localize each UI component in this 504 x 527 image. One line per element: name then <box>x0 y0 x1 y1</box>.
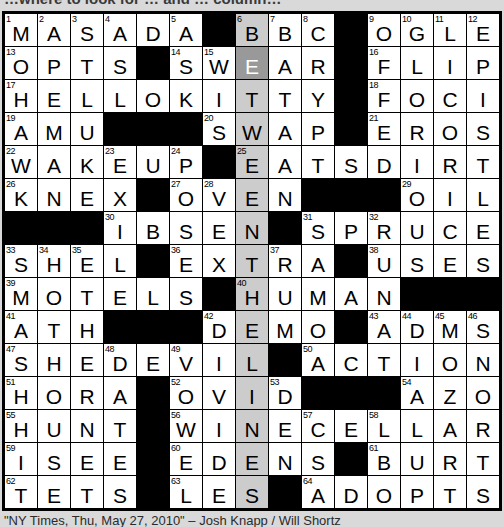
cell-letter: D <box>203 452 235 474</box>
cell-r3c4[interactable]: L <box>104 80 136 112</box>
cell-r5c5[interactable]: U <box>137 146 169 178</box>
cell-letter: U <box>38 419 70 441</box>
cell-r2c13[interactable]: L <box>401 47 433 79</box>
cell-r9c3[interactable]: T <box>71 278 103 310</box>
cell-letter: E <box>236 452 268 474</box>
cell-r8c7[interactable]: X <box>203 245 235 277</box>
cell-letter: U <box>401 452 433 474</box>
cell-letter: O <box>137 89 169 111</box>
cell-letter: D <box>401 320 433 342</box>
cell-r15c8[interactable]: S <box>236 476 268 508</box>
cell-letter: E <box>104 452 136 474</box>
cell-r15c2[interactable]: E <box>38 476 70 508</box>
cell-letter: O <box>434 353 466 375</box>
cell-letter: E <box>269 419 301 441</box>
cell-r2c7[interactable]: 15W <box>203 47 235 79</box>
cell-r6c9[interactable]: N <box>269 179 301 211</box>
cell-letter: T <box>302 155 334 177</box>
cell-r15c11[interactable]: D <box>335 476 367 508</box>
cell-r8c8[interactable]: T <box>236 245 268 277</box>
cell-r8c2[interactable]: 34H <box>38 245 70 277</box>
cell-r9c1[interactable]: 39M <box>5 278 37 310</box>
cell-letter: C <box>335 353 367 375</box>
cell-r9c5[interactable]: L <box>137 278 169 310</box>
cell-r9c2[interactable]: O <box>38 278 70 310</box>
black-cell-r8c5 <box>137 245 169 277</box>
cell-letter: L <box>236 353 268 375</box>
cell-r15c10[interactable]: 64A <box>302 476 334 508</box>
cell-letter: I <box>203 89 235 111</box>
cell-letter: T <box>368 353 400 375</box>
cell-r6c13[interactable]: 29O <box>401 179 433 211</box>
cell-letter: I <box>203 419 235 441</box>
cell-r11c4[interactable]: 48D <box>104 344 136 376</box>
cell-r7c14[interactable]: C <box>434 212 466 244</box>
cell-r13c9[interactable]: E <box>269 410 301 442</box>
cell-r4c12[interactable]: 21E <box>368 113 400 145</box>
cell-r7c11[interactable]: P <box>335 212 367 244</box>
cell-letter: T <box>71 56 103 78</box>
cell-r9c6[interactable]: S <box>170 278 202 310</box>
cell-r13c13[interactable]: L <box>401 410 433 442</box>
cell-r3c5[interactable]: O <box>137 80 169 112</box>
cell-r1c14[interactable]: 11L <box>434 14 466 46</box>
cell-r7c7[interactable]: E <box>203 212 235 244</box>
cell-letter: T <box>434 485 466 507</box>
cell-r3c2[interactable]: E <box>38 80 70 112</box>
cell-letter: M <box>269 320 301 342</box>
cell-r5c4[interactable]: 23E <box>104 146 136 178</box>
cell-r9c9[interactable]: U <box>269 278 301 310</box>
cell-letter: F <box>368 56 400 78</box>
cell-r4c15[interactable]: S <box>467 113 499 145</box>
cell-letter: E <box>335 419 367 441</box>
cell-r2c2[interactable]: P <box>38 47 70 79</box>
cell-r15c4[interactable]: S <box>104 476 136 508</box>
cell-r4c7[interactable]: 20S <box>203 113 235 145</box>
cell-r8c6[interactable]: 36E <box>170 245 202 277</box>
cell-r7c8[interactable]: N <box>236 212 268 244</box>
cell-r5c8[interactable]: 25E <box>236 146 268 178</box>
cell-r2c10[interactable]: R <box>302 47 334 79</box>
cell-r2c1[interactable]: 13O <box>5 47 37 79</box>
cell-r5c6[interactable]: 24P <box>170 146 202 178</box>
cell-letter: E <box>71 452 103 474</box>
cell-r11c15[interactable]: N <box>467 344 499 376</box>
cell-r2c6[interactable]: 14S <box>170 47 202 79</box>
cell-r13c2[interactable]: U <box>38 410 70 442</box>
cell-r3c13[interactable]: O <box>401 80 433 112</box>
cell-r9c4[interactable]: E <box>104 278 136 310</box>
cell-r12c3[interactable]: R <box>71 377 103 409</box>
cell-r7c15[interactable]: E <box>467 212 499 244</box>
cell-letter: D <box>368 155 400 177</box>
cell-r11c12[interactable]: T <box>368 344 400 376</box>
cell-r14c10[interactable]: S <box>302 443 334 475</box>
cell-r9c11[interactable]: A <box>335 278 367 310</box>
cell-letter: E <box>368 122 400 144</box>
cell-r5c14[interactable]: R <box>434 146 466 178</box>
cell-letter: S <box>302 452 334 474</box>
cell-r4c1[interactable]: 19A <box>5 113 37 145</box>
cell-letter: O <box>38 386 70 408</box>
cell-r2c3[interactable]: T <box>71 47 103 79</box>
cell-r10c8[interactable]: E <box>236 311 268 343</box>
cell-r1c10[interactable]: 8C <box>302 14 334 46</box>
cell-letter: L <box>401 419 433 441</box>
cell-r2c9[interactable]: A <box>269 47 301 79</box>
cell-r10c14[interactable]: 45M <box>434 311 466 343</box>
cell-letter: N <box>71 419 103 441</box>
cell-letter: O <box>401 89 433 111</box>
black-cell-r9c15 <box>467 278 499 310</box>
cell-r15c3[interactable]: T <box>71 476 103 508</box>
cell-r4c2[interactable]: M <box>38 113 70 145</box>
cell-r3c15[interactable]: I <box>467 80 499 112</box>
cell-letter: S <box>302 221 334 243</box>
cell-r2c4[interactable]: S <box>104 47 136 79</box>
cell-r15c6[interactable]: 63L <box>170 476 202 508</box>
cell-r5c2[interactable]: A <box>38 146 70 178</box>
cell-r10c7[interactable]: 42D <box>203 311 235 343</box>
clipped-header-text: …where to look for … and … column… <box>4 0 504 7</box>
cell-r10c9[interactable]: M <box>269 311 301 343</box>
cell-letter: L <box>368 419 400 441</box>
cell-r14c7[interactable]: D <box>203 443 235 475</box>
cell-r14c13[interactable]: U <box>401 443 433 475</box>
black-cell-r6c11 <box>335 179 367 211</box>
cell-r14c6[interactable]: 60E <box>170 443 202 475</box>
cell-r1c2[interactable]: 2A <box>38 14 70 46</box>
cell-r5c3[interactable]: K <box>71 146 103 178</box>
black-cell-r8c11 <box>335 245 367 277</box>
cell-r13c12[interactable]: 58L <box>368 410 400 442</box>
cell-r13c7[interactable]: I <box>203 410 235 442</box>
cell-r10c10[interactable]: O <box>302 311 334 343</box>
cell-letter: E <box>71 254 103 276</box>
cell-r15c13[interactable]: P <box>401 476 433 508</box>
cell-r5c15[interactable]: T <box>467 146 499 178</box>
cell-r5c13[interactable]: I <box>401 146 433 178</box>
cell-r11c3[interactable]: E <box>71 344 103 376</box>
black-cell-r6c5 <box>137 179 169 211</box>
cell-letter: R <box>434 155 466 177</box>
cell-r13c15[interactable]: R <box>467 410 499 442</box>
cell-r7c4[interactable]: 30I <box>104 212 136 244</box>
cell-letter: N <box>236 221 268 243</box>
cell-r12c14[interactable]: Z <box>434 377 466 409</box>
cell-r3c3[interactable]: L <box>71 80 103 112</box>
cell-letter: O <box>401 188 433 210</box>
cell-r4c8[interactable]: W <box>236 113 268 145</box>
cell-r12c4[interactable]: A <box>104 377 136 409</box>
cell-letter: E <box>236 155 268 177</box>
black-cell-r10c11 <box>335 311 367 343</box>
cell-letter: K <box>71 155 103 177</box>
cell-letter: L <box>137 287 169 309</box>
cell-r9c10[interactable]: M <box>302 278 334 310</box>
black-cell-r6c12 <box>368 179 400 211</box>
black-cell-r12c12 <box>368 377 400 409</box>
cell-letter: E <box>434 254 466 276</box>
cell-r14c3[interactable]: E <box>71 443 103 475</box>
cell-r13c6[interactable]: 56W <box>170 410 202 442</box>
cell-r11c5[interactable]: E <box>137 344 169 376</box>
cell-letter: S <box>236 485 268 507</box>
cell-r6c4[interactable]: X <box>104 179 136 211</box>
cell-r7c5[interactable]: B <box>137 212 169 244</box>
cell-letter: W <box>203 56 235 78</box>
black-cell-r4c6 <box>170 113 202 145</box>
cell-r6c6[interactable]: 27O <box>170 179 202 211</box>
cell-r1c1[interactable]: 1M <box>5 14 37 46</box>
cell-r4c14[interactable]: O <box>434 113 466 145</box>
crossword-grid: 1M2A3S4AD5A6B7B8C9O10G11L12E13OPTS14S15W… <box>2 11 502 511</box>
black-cell-r12c5 <box>137 377 169 409</box>
cell-r9c12[interactable]: N <box>368 278 400 310</box>
black-cell-r10c6 <box>170 311 202 343</box>
cell-r3c10[interactable]: Y <box>302 80 334 112</box>
cell-r7c10[interactable]: 31S <box>302 212 334 244</box>
cell-r9c8[interactable]: 40H <box>236 278 268 310</box>
cell-letter: G <box>401 23 433 45</box>
cell-r8c9[interactable]: 37R <box>269 245 301 277</box>
cell-r14c4[interactable]: E <box>104 443 136 475</box>
cell-r10c15[interactable]: 46S <box>467 311 499 343</box>
cell-letter: W <box>236 122 268 144</box>
cell-r13c3[interactable]: N <box>71 410 103 442</box>
cell-letter: H <box>236 287 268 309</box>
cell-letter: N <box>269 452 301 474</box>
selected-cell[interactable]: E <box>236 47 268 79</box>
cell-r13c1[interactable]: 55H <box>5 410 37 442</box>
cell-r13c8[interactable]: N <box>236 410 268 442</box>
cell-r12c6[interactable]: 52O <box>170 377 202 409</box>
cell-r11c2[interactable]: H <box>38 344 70 376</box>
black-cell-r12c11 <box>335 377 367 409</box>
cell-letter: P <box>467 56 499 78</box>
cell-r1c4[interactable]: 4A <box>104 14 136 46</box>
cell-letter: T <box>467 452 499 474</box>
cell-r2c14[interactable]: I <box>434 47 466 79</box>
cell-r15c14[interactable]: T <box>434 476 466 508</box>
cell-letter: E <box>236 188 268 210</box>
cell-r1c13[interactable]: 10G <box>401 14 433 46</box>
cell-r8c1[interactable]: 33S <box>5 245 37 277</box>
cell-letter: B <box>269 23 301 45</box>
cell-r14c15[interactable]: T <box>467 443 499 475</box>
cell-r6c14[interactable]: I <box>434 179 466 211</box>
cell-letter: X <box>203 254 235 276</box>
cell-r14c1[interactable]: 59I <box>5 443 37 475</box>
cell-r3c9[interactable]: T <box>269 80 301 112</box>
cell-letter: H <box>5 386 37 408</box>
cell-letter: T <box>104 419 136 441</box>
cell-r4c10[interactable]: P <box>302 113 334 145</box>
cell-letter: S <box>401 254 433 276</box>
black-cell-r10c5 <box>137 311 169 343</box>
cell-r4c13[interactable]: R <box>401 113 433 145</box>
cell-r6c3[interactable]: E <box>71 179 103 211</box>
black-cell-r9c14 <box>434 278 466 310</box>
cell-r7c6[interactable]: S <box>170 212 202 244</box>
cell-letter: E <box>104 287 136 309</box>
cell-r7c12[interactable]: 32R <box>368 212 400 244</box>
cell-letter: E <box>203 485 235 507</box>
cell-letter: H <box>38 254 70 276</box>
cell-letter: R <box>71 386 103 408</box>
cell-r12c9[interactable]: 53D <box>269 377 301 409</box>
cell-r13c14[interactable]: A <box>434 410 466 442</box>
cell-r3c1[interactable]: 17H <box>5 80 37 112</box>
cell-r11c1[interactable]: 47S <box>5 344 37 376</box>
cell-r2c12[interactable]: 16F <box>368 47 400 79</box>
cell-r11c13[interactable]: I <box>401 344 433 376</box>
cell-r6c1[interactable]: 26K <box>5 179 37 211</box>
cell-r3c6[interactable]: K <box>170 80 202 112</box>
black-cell-r9c7 <box>203 278 235 310</box>
cell-letter: L <box>71 89 103 111</box>
cell-r8c15[interactable]: S <box>467 245 499 277</box>
black-cell-r4c11 <box>335 113 367 145</box>
cell-r6c2[interactable]: N <box>38 179 70 211</box>
cell-letter: E <box>467 23 499 45</box>
cell-r3c8[interactable]: T <box>236 80 268 112</box>
cell-letter: M <box>5 23 37 45</box>
cell-letter: T <box>467 155 499 177</box>
cell-r8c14[interactable]: E <box>434 245 466 277</box>
cell-letter: U <box>137 155 169 177</box>
cell-letter: X <box>104 188 136 210</box>
cell-r3c12[interactable]: 18F <box>368 80 400 112</box>
cell-r3c14[interactable]: C <box>434 80 466 112</box>
cell-letter: E <box>104 155 136 177</box>
cell-r11c10[interactable]: 50A <box>302 344 334 376</box>
cell-r4c3[interactable]: U <box>71 113 103 145</box>
cell-r1c12[interactable]: 9O <box>368 14 400 46</box>
cell-r4c9[interactable]: A <box>269 113 301 145</box>
cell-r12c13[interactable]: 54A <box>401 377 433 409</box>
cell-letter: H <box>38 353 70 375</box>
cell-r1c15[interactable]: 12E <box>467 14 499 46</box>
cell-r14c2[interactable]: S <box>38 443 70 475</box>
puzzle-caption: "NY Times, Thu, May 27, 2010" – Josh Kna… <box>0 511 504 527</box>
cell-letter: N <box>368 287 400 309</box>
cell-r14c12[interactable]: 61B <box>368 443 400 475</box>
cell-r11c7[interactable]: I <box>203 344 235 376</box>
cell-letter: I <box>434 56 466 78</box>
cell-r5c11[interactable]: S <box>335 146 367 178</box>
cell-r10c2[interactable]: T <box>38 311 70 343</box>
black-cell-r15c5 <box>137 476 169 508</box>
cell-r10c13[interactable]: 44D <box>401 311 433 343</box>
cell-r11c6[interactable]: 49V <box>170 344 202 376</box>
cell-letter: T <box>38 320 70 342</box>
cell-r6c8[interactable]: E <box>236 179 268 211</box>
black-cell-r7c1 <box>5 212 37 244</box>
cell-letter: A <box>302 353 334 375</box>
cell-letter: D <box>203 320 235 342</box>
cell-r12c1[interactable]: 51H <box>5 377 37 409</box>
cell-r5c12[interactable]: D <box>368 146 400 178</box>
cell-letter: U <box>269 287 301 309</box>
cell-r12c8[interactable]: I <box>236 377 268 409</box>
cell-letter: M <box>38 122 70 144</box>
cell-letter: S <box>170 221 202 243</box>
cell-r10c3[interactable]: H <box>71 311 103 343</box>
cell-r6c7[interactable]: 28V <box>203 179 235 211</box>
cell-r5c10[interactable]: T <box>302 146 334 178</box>
cell-r14c8[interactable]: E <box>236 443 268 475</box>
cell-r14c9[interactable]: N <box>269 443 301 475</box>
cell-r11c8[interactable]: L <box>236 344 268 376</box>
cell-r10c1[interactable]: 41A <box>5 311 37 343</box>
cell-r13c11[interactable]: E <box>335 410 367 442</box>
cell-r6c15[interactable]: L <box>467 179 499 211</box>
cell-r8c12[interactable]: 38U <box>368 245 400 277</box>
cell-letter: C <box>302 419 334 441</box>
cell-letter: Z <box>434 386 466 408</box>
cell-letter: I <box>5 452 37 474</box>
cell-r8c13[interactable]: S <box>401 245 433 277</box>
cell-r2c15[interactable]: P <box>467 47 499 79</box>
cell-r1c6[interactable]: 5A <box>170 14 202 46</box>
cell-r1c9[interactable]: 7B <box>269 14 301 46</box>
cell-letter: C <box>434 89 466 111</box>
cell-letter: R <box>434 452 466 474</box>
cell-letter: S <box>170 287 202 309</box>
cell-r8c3[interactable]: 35E <box>71 245 103 277</box>
cell-letter: S <box>467 485 499 507</box>
cell-r8c10[interactable]: A <box>302 245 334 277</box>
cell-letter: N <box>467 353 499 375</box>
cell-r13c10[interactable]: 57C <box>302 410 334 442</box>
cell-r11c14[interactable]: O <box>434 344 466 376</box>
cell-r1c3[interactable]: 3S <box>71 14 103 46</box>
cell-r14c14[interactable]: R <box>434 443 466 475</box>
cell-r5c9[interactable]: A <box>269 146 301 178</box>
cell-r5c1[interactable]: 22W <box>5 146 37 178</box>
cell-r1c5[interactable]: D <box>137 14 169 46</box>
cell-letter: K <box>170 89 202 111</box>
cell-r15c12[interactable]: O <box>368 476 400 508</box>
cell-r10c12[interactable]: 43A <box>368 311 400 343</box>
cell-r1c8[interactable]: 6B <box>236 14 268 46</box>
cell-letter: O <box>368 485 400 507</box>
cell-letter: D <box>137 23 169 45</box>
cell-letter: S <box>467 122 499 144</box>
cell-r8c4[interactable]: L <box>104 245 136 277</box>
cell-letter: O <box>170 386 202 408</box>
cell-r15c7[interactable]: E <box>203 476 235 508</box>
cell-r12c7[interactable]: V <box>203 377 235 409</box>
black-cell-r14c11 <box>335 443 367 475</box>
cell-r15c15[interactable]: S <box>467 476 499 508</box>
cell-r3c7[interactable]: I <box>203 80 235 112</box>
cell-r11c11[interactable]: C <box>335 344 367 376</box>
cell-r7c13[interactable]: U <box>401 212 433 244</box>
cell-letter: E <box>236 320 268 342</box>
cell-letter: D <box>269 386 301 408</box>
black-cell-r10c4 <box>104 311 136 343</box>
cell-r15c1[interactable]: 62T <box>5 476 37 508</box>
cell-r13c4[interactable]: T <box>104 410 136 442</box>
black-cell-r13c5 <box>137 410 169 442</box>
cell-r12c2[interactable]: O <box>38 377 70 409</box>
cell-r12c15[interactable]: O <box>467 377 499 409</box>
black-cell-r15c9 <box>269 476 301 508</box>
black-cell-r7c3 <box>71 212 103 244</box>
